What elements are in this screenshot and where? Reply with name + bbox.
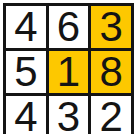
cell-r0c1: 6 <box>49 6 89 48</box>
cell-r1c0: 5 <box>6 51 46 93</box>
sudoku-app-icon[interactable]: 463518432 <box>3 3 134 134</box>
cell-digit: 6 <box>57 6 80 48</box>
cell-r2c2: 2 <box>91 96 131 138</box>
cell-r1c1: 1 <box>49 51 89 93</box>
cell-digit: 5 <box>14 51 37 93</box>
cell-digit: 4 <box>14 96 37 138</box>
cell-digit: 3 <box>57 96 80 138</box>
cell-r1c2: 8 <box>91 51 131 93</box>
cell-digit: 8 <box>99 51 122 93</box>
cell-digit: 2 <box>99 96 122 138</box>
cell-r0c0: 4 <box>6 6 46 48</box>
cell-digit: 3 <box>99 6 122 48</box>
cell-digit: 1 <box>57 51 80 93</box>
cell-r2c0: 4 <box>6 96 46 138</box>
cell-r0c2: 3 <box>91 6 131 48</box>
cell-digit: 4 <box>14 6 37 48</box>
cell-r2c1: 3 <box>49 96 89 138</box>
